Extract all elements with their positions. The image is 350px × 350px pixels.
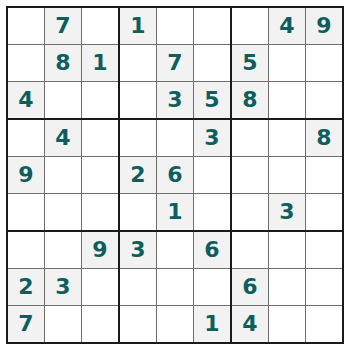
- box-7: 9237: [8, 232, 118, 342]
- cell-r5c4[interactable]: 2: [120, 157, 156, 193]
- box-4: 49: [8, 120, 118, 230]
- cell-r3c5[interactable]: 3: [157, 82, 193, 118]
- cell-r5c7[interactable]: [232, 157, 268, 193]
- cell-r5c5[interactable]: 6: [157, 157, 193, 193]
- cell-r5c8[interactable]: [269, 157, 305, 193]
- cell-r2c7[interactable]: 5: [232, 45, 268, 81]
- cell-r3c2[interactable]: [45, 82, 81, 118]
- cell-r4c7[interactable]: [232, 120, 268, 156]
- cell-r8c9[interactable]: [306, 269, 342, 305]
- cell-r1c1[interactable]: [8, 8, 44, 44]
- cell-r1c9[interactable]: 9: [306, 8, 342, 44]
- cell-r1c5[interactable]: [157, 8, 193, 44]
- cell-r5c3[interactable]: [82, 157, 118, 193]
- cell-r7c3[interactable]: 9: [82, 232, 118, 268]
- cell-r4c8[interactable]: [269, 120, 305, 156]
- cell-r9c7[interactable]: 4: [232, 306, 268, 342]
- cell-r5c1[interactable]: 9: [8, 157, 44, 193]
- cell-r1c4[interactable]: 1: [120, 8, 156, 44]
- box-8: 361: [120, 232, 230, 342]
- cell-r6c6[interactable]: [194, 194, 230, 230]
- cell-r6c8[interactable]: 3: [269, 194, 305, 230]
- box-3: 4958: [232, 8, 342, 118]
- cell-r7c6[interactable]: 6: [194, 232, 230, 268]
- cell-r9c8[interactable]: [269, 306, 305, 342]
- cell-r2c4[interactable]: [120, 45, 156, 81]
- cell-r9c4[interactable]: [120, 306, 156, 342]
- cell-r6c4[interactable]: [120, 194, 156, 230]
- cell-r6c5[interactable]: 1: [157, 194, 193, 230]
- cell-r1c8[interactable]: 4: [269, 8, 305, 44]
- cell-r4c6[interactable]: 3: [194, 120, 230, 156]
- cell-r3c4[interactable]: [120, 82, 156, 118]
- box-6: 83: [232, 120, 342, 230]
- cell-r7c9[interactable]: [306, 232, 342, 268]
- cell-r2c2[interactable]: 8: [45, 45, 81, 81]
- cell-r8c7[interactable]: 6: [232, 269, 268, 305]
- cell-r4c5[interactable]: [157, 120, 193, 156]
- cell-r7c2[interactable]: [45, 232, 81, 268]
- cell-r9c9[interactable]: [306, 306, 342, 342]
- cell-r3c6[interactable]: 5: [194, 82, 230, 118]
- cell-r1c2[interactable]: 7: [45, 8, 81, 44]
- cell-r4c4[interactable]: [120, 120, 156, 156]
- cell-r3c9[interactable]: [306, 82, 342, 118]
- cell-r4c3[interactable]: [82, 120, 118, 156]
- cell-r2c6[interactable]: [194, 45, 230, 81]
- cell-r7c8[interactable]: [269, 232, 305, 268]
- cell-r3c3[interactable]: [82, 82, 118, 118]
- cell-r6c1[interactable]: [8, 194, 44, 230]
- cell-r1c3[interactable]: [82, 8, 118, 44]
- cell-r8c4[interactable]: [120, 269, 156, 305]
- cell-r2c8[interactable]: [269, 45, 305, 81]
- cell-r7c7[interactable]: [232, 232, 268, 268]
- cell-r2c9[interactable]: [306, 45, 342, 81]
- cell-r8c5[interactable]: [157, 269, 193, 305]
- box-5: 3261: [120, 120, 230, 230]
- cell-r9c2[interactable]: [45, 306, 81, 342]
- cell-r5c2[interactable]: [45, 157, 81, 193]
- cell-r5c6[interactable]: [194, 157, 230, 193]
- cell-r1c6[interactable]: [194, 8, 230, 44]
- cell-r7c1[interactable]: [8, 232, 44, 268]
- cell-r2c3[interactable]: 1: [82, 45, 118, 81]
- sudoku-board: 78141735495849326183923736164: [6, 6, 344, 344]
- cell-r2c5[interactable]: 7: [157, 45, 193, 81]
- cell-r9c3[interactable]: [82, 306, 118, 342]
- cell-r3c7[interactable]: 8: [232, 82, 268, 118]
- cell-r3c8[interactable]: [269, 82, 305, 118]
- box-1: 7814: [8, 8, 118, 118]
- cell-r8c8[interactable]: [269, 269, 305, 305]
- cell-r8c2[interactable]: 3: [45, 269, 81, 305]
- cell-r8c1[interactable]: 2: [8, 269, 44, 305]
- cell-r7c5[interactable]: [157, 232, 193, 268]
- box-2: 1735: [120, 8, 230, 118]
- cell-r8c3[interactable]: [82, 269, 118, 305]
- cell-r4c9[interactable]: 8: [306, 120, 342, 156]
- cell-r2c1[interactable]: [8, 45, 44, 81]
- cell-r1c7[interactable]: [232, 8, 268, 44]
- cell-r3c1[interactable]: 4: [8, 82, 44, 118]
- cell-r8c6[interactable]: [194, 269, 230, 305]
- cell-r6c3[interactable]: [82, 194, 118, 230]
- cell-r5c9[interactable]: [306, 157, 342, 193]
- cell-r6c2[interactable]: [45, 194, 81, 230]
- box-9: 64: [232, 232, 342, 342]
- cell-r4c2[interactable]: 4: [45, 120, 81, 156]
- cell-r9c1[interactable]: 7: [8, 306, 44, 342]
- page: 78141735495849326183923736164: [0, 0, 350, 350]
- cell-r4c1[interactable]: [8, 120, 44, 156]
- cell-r9c6[interactable]: 1: [194, 306, 230, 342]
- cell-r9c5[interactable]: [157, 306, 193, 342]
- cell-r7c4[interactable]: 3: [120, 232, 156, 268]
- cell-r6c7[interactable]: [232, 194, 268, 230]
- cell-r6c9[interactable]: [306, 194, 342, 230]
